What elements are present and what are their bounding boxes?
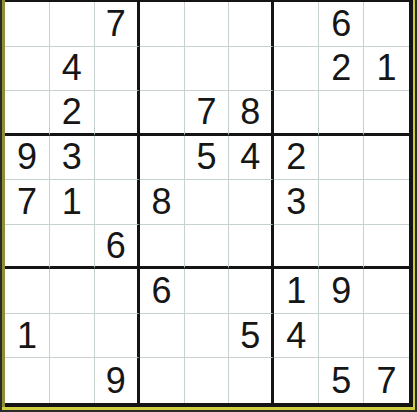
cell-r8c4[interactable] <box>140 314 185 359</box>
cell-r2c6[interactable] <box>229 47 274 92</box>
cell-r4c9[interactable] <box>364 136 409 181</box>
cell-r6c3[interactable]: 6 <box>95 225 140 270</box>
cell-r9c8[interactable]: 5 <box>319 358 364 403</box>
cell-r1c7[interactable] <box>274 2 319 47</box>
cell-r3c3[interactable] <box>95 91 140 136</box>
given-digit: 7 <box>196 94 216 130</box>
given-digit: 2 <box>331 50 351 86</box>
given-digit: 2 <box>286 139 306 175</box>
given-digit: 6 <box>106 228 126 264</box>
given-digit: 2 <box>62 94 82 130</box>
cell-r9c6[interactable] <box>229 358 274 403</box>
cell-r1c9[interactable] <box>364 2 409 47</box>
cell-r9c3[interactable]: 9 <box>95 358 140 403</box>
cell-r7c5[interactable] <box>185 269 230 314</box>
cell-r6c6[interactable] <box>229 225 274 270</box>
cell-r2c5[interactable] <box>185 47 230 92</box>
cell-r7c7[interactable]: 1 <box>274 269 319 314</box>
cell-r9c1[interactable] <box>5 358 50 403</box>
given-digit: 4 <box>240 139 260 175</box>
cell-r7c9[interactable] <box>364 269 409 314</box>
cell-r7c2[interactable] <box>50 269 95 314</box>
cell-r4c6[interactable]: 4 <box>229 136 274 181</box>
cell-r6c9[interactable] <box>364 225 409 270</box>
cell-r4c4[interactable] <box>140 136 185 181</box>
given-digit: 9 <box>331 273 351 309</box>
given-digit: 3 <box>286 184 306 220</box>
cell-r5c5[interactable] <box>185 180 230 225</box>
cell-r3c8[interactable] <box>319 91 364 136</box>
cell-r8c1[interactable]: 1 <box>5 314 50 359</box>
cell-r7c4[interactable]: 6 <box>140 269 185 314</box>
sudoku-board: 764212789354271836619154957 <box>5 0 413 407</box>
cell-r9c9[interactable]: 7 <box>364 358 409 403</box>
cell-r3c7[interactable] <box>274 91 319 136</box>
given-digit: 9 <box>106 363 126 399</box>
given-digit: 5 <box>331 363 351 399</box>
cell-r1c1[interactable] <box>5 2 50 47</box>
cell-r2c7[interactable] <box>274 47 319 92</box>
given-digit: 5 <box>196 139 216 175</box>
cell-r5c2[interactable]: 1 <box>50 180 95 225</box>
given-digit: 6 <box>152 273 172 309</box>
frame-edge-left-olive <box>2 0 5 412</box>
cell-r4c1[interactable]: 9 <box>5 136 50 181</box>
given-digit: 7 <box>377 363 397 399</box>
cell-r6c1[interactable] <box>5 225 50 270</box>
cell-r6c7[interactable] <box>274 225 319 270</box>
cell-r4c7[interactable]: 2 <box>274 136 319 181</box>
cell-r6c2[interactable] <box>50 225 95 270</box>
cell-r3c1[interactable] <box>5 91 50 136</box>
cell-r7c6[interactable] <box>229 269 274 314</box>
given-digit: 8 <box>152 184 172 220</box>
cell-r9c4[interactable] <box>140 358 185 403</box>
cell-r5c9[interactable] <box>364 180 409 225</box>
cell-r3c5[interactable]: 7 <box>185 91 230 136</box>
cell-r6c4[interactable] <box>140 225 185 270</box>
cell-r4c8[interactable] <box>319 136 364 181</box>
cell-r8c3[interactable] <box>95 314 140 359</box>
cell-r8c6[interactable]: 5 <box>229 314 274 359</box>
cell-r5c3[interactable] <box>95 180 140 225</box>
given-digit: 1 <box>377 50 397 86</box>
cell-r4c5[interactable]: 5 <box>185 136 230 181</box>
cell-r8c2[interactable] <box>50 314 95 359</box>
given-digit: 6 <box>331 6 351 42</box>
cell-r1c2[interactable] <box>50 2 95 47</box>
cell-r4c2[interactable]: 3 <box>50 136 95 181</box>
cell-r3c6[interactable]: 8 <box>229 91 274 136</box>
cell-r2c4[interactable] <box>140 47 185 92</box>
cell-r3c4[interactable] <box>140 91 185 136</box>
given-digit: 4 <box>62 50 82 86</box>
cell-r2c3[interactable] <box>95 47 140 92</box>
given-digit: 7 <box>17 184 37 220</box>
cell-r7c8[interactable]: 9 <box>319 269 364 314</box>
cell-r5c6[interactable] <box>229 180 274 225</box>
cell-r9c2[interactable] <box>50 358 95 403</box>
cell-r8c7[interactable]: 4 <box>274 314 319 359</box>
given-digit: 9 <box>17 139 37 175</box>
cell-r7c3[interactable] <box>95 269 140 314</box>
given-digit: 4 <box>286 318 306 354</box>
cell-r5c4[interactable]: 8 <box>140 180 185 225</box>
cell-r4c3[interactable] <box>95 136 140 181</box>
cell-r6c5[interactable] <box>185 225 230 270</box>
cell-r3c9[interactable] <box>364 91 409 136</box>
given-digit: 3 <box>62 139 82 175</box>
cell-r1c6[interactable] <box>229 2 274 47</box>
cell-r2c2[interactable]: 4 <box>50 47 95 92</box>
cell-r5c8[interactable] <box>319 180 364 225</box>
given-digit: 1 <box>286 273 306 309</box>
cell-r1c4[interactable] <box>140 2 185 47</box>
cell-r8c9[interactable] <box>364 314 409 359</box>
given-digit: 1 <box>17 318 37 354</box>
cell-r3c2[interactable]: 2 <box>50 91 95 136</box>
cell-r1c3[interactable]: 7 <box>95 2 140 47</box>
cell-r1c8[interactable]: 6 <box>319 2 364 47</box>
given-digit: 1 <box>62 184 82 220</box>
cell-r5c7[interactable]: 3 <box>274 180 319 225</box>
given-digit: 8 <box>240 94 260 130</box>
given-digit: 7 <box>106 6 126 42</box>
cell-r9c5[interactable] <box>185 358 230 403</box>
cell-r9c7[interactable] <box>274 358 319 403</box>
cell-r8c8[interactable] <box>319 314 364 359</box>
cell-r2c9[interactable]: 1 <box>364 47 409 92</box>
cell-r2c8[interactable]: 2 <box>319 47 364 92</box>
cell-r6c8[interactable] <box>319 225 364 270</box>
cell-r1c5[interactable] <box>185 2 230 47</box>
cell-r8c5[interactable] <box>185 314 230 359</box>
cell-r2c1[interactable] <box>5 47 50 92</box>
sudoku-page: 764212789354271836619154957 <box>0 0 417 412</box>
cell-r5c1[interactable]: 7 <box>5 180 50 225</box>
given-digit: 5 <box>240 318 260 354</box>
cell-r7c1[interactable] <box>5 269 50 314</box>
